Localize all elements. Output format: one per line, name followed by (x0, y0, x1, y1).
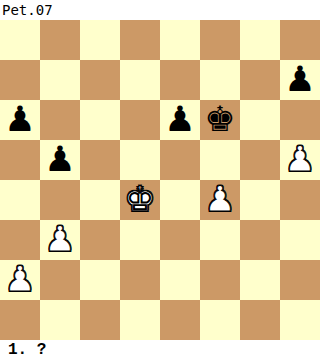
square-g6[interactable] (240, 100, 280, 140)
square-h3[interactable] (280, 220, 320, 260)
square-a1[interactable] (0, 300, 40, 340)
square-d1[interactable] (120, 300, 160, 340)
square-g1[interactable] (240, 300, 280, 340)
square-c4[interactable] (80, 180, 120, 220)
square-a3[interactable] (0, 220, 40, 260)
piece-white-pawn[interactable]: ♟ (204, 182, 235, 217)
square-c1[interactable] (80, 300, 120, 340)
square-c7[interactable] (80, 60, 120, 100)
square-h2[interactable] (280, 260, 320, 300)
square-d3[interactable] (120, 220, 160, 260)
square-g2[interactable] (240, 260, 280, 300)
square-h5[interactable]: ♟ (280, 140, 320, 180)
square-g8[interactable] (240, 20, 280, 60)
square-d5[interactable] (120, 140, 160, 180)
square-c6[interactable] (80, 100, 120, 140)
chess-board: ♟♟♟♚♟♟♚♟♟♟ (0, 20, 320, 340)
square-d6[interactable] (120, 100, 160, 140)
square-b2[interactable] (40, 260, 80, 300)
square-d8[interactable] (120, 20, 160, 60)
square-a5[interactable] (0, 140, 40, 180)
square-b5[interactable]: ♟ (40, 140, 80, 180)
square-e3[interactable] (160, 220, 200, 260)
square-f8[interactable] (200, 20, 240, 60)
square-e1[interactable] (160, 300, 200, 340)
piece-white-pawn[interactable]: ♟ (4, 262, 35, 297)
square-d7[interactable] (120, 60, 160, 100)
square-e8[interactable] (160, 20, 200, 60)
square-e2[interactable] (160, 260, 200, 300)
square-h1[interactable] (280, 300, 320, 340)
square-g5[interactable] (240, 140, 280, 180)
square-h8[interactable] (280, 20, 320, 60)
move-prompt: 1. ? (8, 340, 46, 360)
piece-black-pawn[interactable]: ♟ (4, 102, 35, 137)
chess-diagram-window: Pet.07 ♟♟♟♚♟♟♚♟♟♟ 1. ? (0, 0, 320, 360)
square-c3[interactable] (80, 220, 120, 260)
square-f3[interactable] (200, 220, 240, 260)
piece-white-pawn[interactable]: ♟ (44, 222, 75, 257)
square-d2[interactable] (120, 260, 160, 300)
square-a6[interactable]: ♟ (0, 100, 40, 140)
piece-white-pawn[interactable]: ♟ (284, 142, 315, 177)
square-e5[interactable] (160, 140, 200, 180)
piece-black-pawn[interactable]: ♟ (284, 62, 315, 97)
square-e4[interactable] (160, 180, 200, 220)
square-g7[interactable] (240, 60, 280, 100)
square-f2[interactable] (200, 260, 240, 300)
square-g4[interactable] (240, 180, 280, 220)
square-f4[interactable]: ♟ (200, 180, 240, 220)
square-b6[interactable] (40, 100, 80, 140)
square-b3[interactable]: ♟ (40, 220, 80, 260)
square-a2[interactable]: ♟ (0, 260, 40, 300)
diagram-title: Pet.07 (2, 1, 53, 20)
square-b7[interactable] (40, 60, 80, 100)
square-h7[interactable]: ♟ (280, 60, 320, 100)
square-h6[interactable] (280, 100, 320, 140)
square-d4[interactable]: ♚ (120, 180, 160, 220)
square-c5[interactable] (80, 140, 120, 180)
square-g3[interactable] (240, 220, 280, 260)
square-b8[interactable] (40, 20, 80, 60)
square-e7[interactable] (160, 60, 200, 100)
piece-white-king[interactable]: ♚ (124, 182, 155, 217)
piece-black-pawn[interactable]: ♟ (44, 142, 75, 177)
piece-black-pawn[interactable]: ♟ (164, 102, 195, 137)
square-f7[interactable] (200, 60, 240, 100)
square-b1[interactable] (40, 300, 80, 340)
piece-black-king[interactable]: ♚ (204, 102, 235, 137)
square-c8[interactable] (80, 20, 120, 60)
square-e6[interactable]: ♟ (160, 100, 200, 140)
square-f1[interactable] (200, 300, 240, 340)
square-f5[interactable] (200, 140, 240, 180)
square-h4[interactable] (280, 180, 320, 220)
square-b4[interactable] (40, 180, 80, 220)
square-a8[interactable] (0, 20, 40, 60)
square-f6[interactable]: ♚ (200, 100, 240, 140)
square-a4[interactable] (0, 180, 40, 220)
square-c2[interactable] (80, 260, 120, 300)
square-a7[interactable] (0, 60, 40, 100)
